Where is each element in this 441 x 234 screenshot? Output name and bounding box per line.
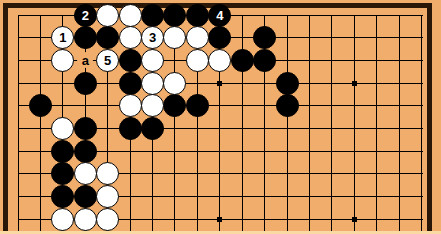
grid-line-vertical <box>421 15 422 234</box>
black-stone <box>276 72 299 95</box>
black-stone <box>186 94 209 117</box>
move-number-label: 2 <box>82 9 89 22</box>
white-stone <box>96 208 119 231</box>
white-stone: 1 <box>51 26 74 49</box>
white-stone <box>208 49 231 72</box>
black-stone <box>208 26 231 49</box>
grid-line-vertical <box>376 15 377 234</box>
black-stone <box>29 94 52 117</box>
star-point <box>217 217 222 222</box>
black-stone <box>119 49 142 72</box>
move-number-label: 5 <box>104 54 111 67</box>
grid-line-vertical <box>40 15 41 234</box>
white-stone: 5 <box>96 49 119 72</box>
grid-line-vertical <box>309 15 310 234</box>
black-stone <box>74 117 97 140</box>
white-stone <box>74 162 97 185</box>
black-stone <box>163 4 186 27</box>
white-stone <box>119 4 142 27</box>
black-stone <box>74 72 97 95</box>
black-stone: 4 <box>208 4 231 27</box>
white-stone <box>141 49 164 72</box>
black-stone <box>51 140 74 163</box>
black-stone <box>96 26 119 49</box>
black-stone <box>231 49 254 72</box>
image-bottom-strip <box>0 231 441 234</box>
white-stone <box>51 117 74 140</box>
move-number-label: 3 <box>149 31 156 44</box>
black-stone <box>163 94 186 117</box>
star-point <box>217 81 222 86</box>
white-stone <box>163 72 186 95</box>
black-stone <box>119 117 142 140</box>
black-stone <box>253 49 276 72</box>
board-edge-left <box>3 3 8 234</box>
white-stone <box>119 26 142 49</box>
grid-line-vertical <box>242 15 243 234</box>
board-edge-right <box>427 3 432 234</box>
black-stone <box>276 94 299 117</box>
white-stone <box>163 26 186 49</box>
white-stone <box>119 94 142 117</box>
star-point <box>352 217 357 222</box>
white-stone <box>51 49 74 72</box>
white-stone <box>186 49 209 72</box>
grid-line-vertical <box>354 15 355 234</box>
white-stone <box>141 94 164 117</box>
grid-line-vertical <box>287 15 288 234</box>
black-stone <box>141 4 164 27</box>
black-stone <box>74 26 97 49</box>
grid-line-vertical <box>18 15 19 234</box>
white-stone <box>186 26 209 49</box>
white-stone <box>141 72 164 95</box>
black-stone <box>253 26 276 49</box>
black-stone <box>74 140 97 163</box>
black-stone <box>186 4 209 27</box>
black-stone <box>51 185 74 208</box>
move-number-label: 1 <box>59 31 66 44</box>
white-stone <box>96 162 119 185</box>
grid-line-vertical <box>331 15 332 234</box>
white-stone <box>74 208 97 231</box>
grid-line-vertical <box>399 15 400 234</box>
black-stone <box>51 162 74 185</box>
white-stone: 3 <box>141 26 164 49</box>
black-stone <box>141 117 164 140</box>
point-label-a: a <box>77 52 93 68</box>
black-stone <box>119 72 142 95</box>
move-number-label: 4 <box>216 9 223 22</box>
black-stone: 2 <box>74 4 97 27</box>
white-stone <box>51 208 74 231</box>
white-stone <box>96 185 119 208</box>
star-point <box>352 81 357 86</box>
go-board: 24135a <box>0 0 441 234</box>
white-stone <box>96 4 119 27</box>
grid-line-horizontal <box>18 105 423 106</box>
black-stone <box>74 185 97 208</box>
